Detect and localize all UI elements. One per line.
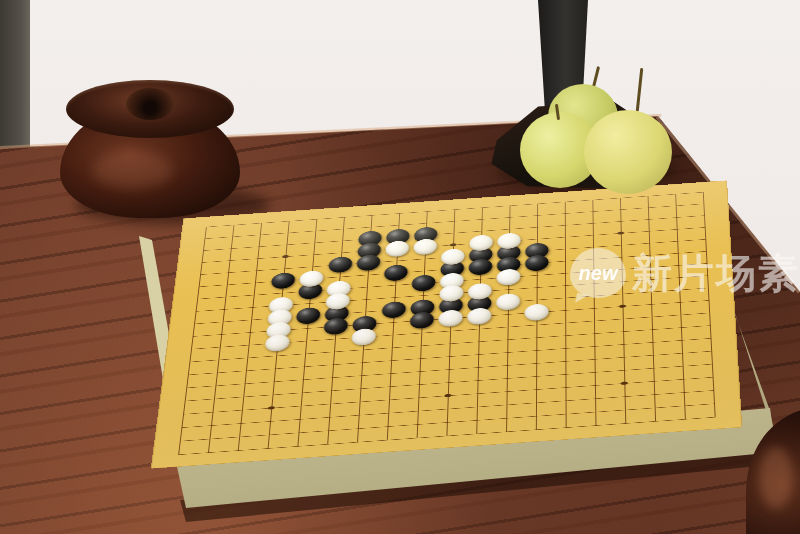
stone-black [525,254,549,271]
go-board [151,180,743,468]
star-point [621,381,628,385]
stone-white [413,238,437,255]
stone-black [384,264,408,281]
stone-black [356,254,380,271]
stone-black [411,274,435,291]
star-point [268,406,275,410]
stone-black [410,311,435,329]
stone-black [328,256,353,273]
stone-white [467,307,491,325]
fruit-plate-group [486,60,676,192]
stone-black [296,307,321,325]
watermark: new 新片场素材 [556,236,796,308]
photo-scene: new 新片场素材 [0,0,800,534]
stone-white [497,268,521,285]
watermark-new-label: new [579,262,618,285]
go-stone-bowl [60,78,240,218]
go-grid [178,192,716,455]
frame-bar-top-left [0,0,30,150]
stone-black [382,301,407,319]
bowl-lid-dimple [126,88,174,120]
star-point [450,243,457,246]
stone-black [271,272,296,289]
star-point [618,231,625,234]
pear [584,110,672,194]
stone-white [525,303,549,321]
stone-white [385,240,409,257]
stone-white [438,309,462,327]
star-point [282,255,289,258]
star-point [444,394,451,398]
stone-white [496,293,520,311]
watermark-new-badge: new [570,248,626,298]
stone-white [351,328,376,346]
watermark-text: 新片场素材 [632,246,800,301]
stone-black [468,258,492,275]
stone-black [323,317,348,335]
pear-stem [636,68,644,112]
